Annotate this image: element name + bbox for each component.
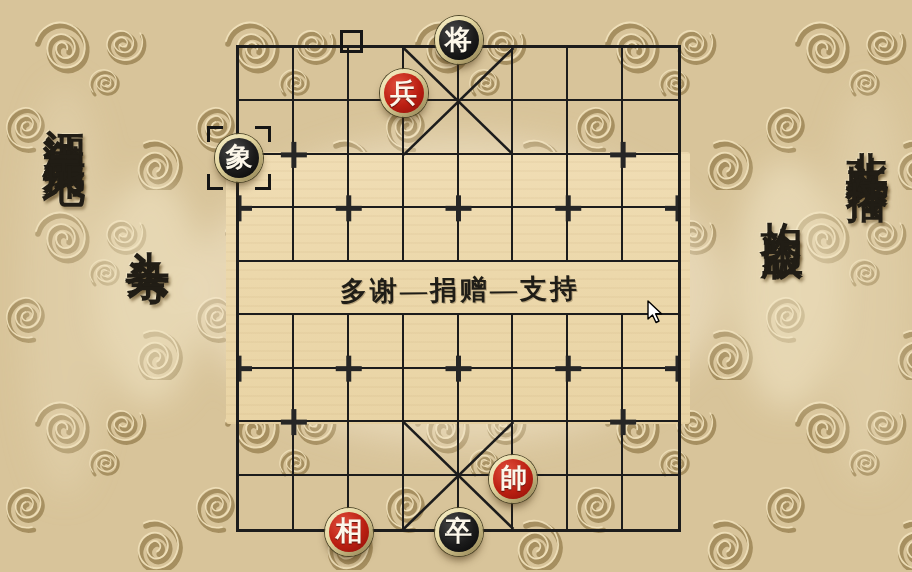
selection-brackets	[207, 126, 271, 190]
piece-black-卒[interactable]: 卒	[435, 508, 483, 556]
watermark-right-outer: 非此头条号传播	[846, 118, 888, 153]
piece-glyph: 将	[445, 27, 472, 54]
piece-disc: 相	[329, 512, 369, 552]
piece-disc: 兵	[384, 73, 424, 113]
last-move-origin-marker	[340, 30, 363, 53]
watermark-left-inner: 头条号	[125, 216, 169, 234]
piece-red-相[interactable]: 相	[325, 508, 373, 556]
piece-glyph: 卒	[445, 518, 472, 545]
piece-red-兵[interactable]: 兵	[380, 69, 428, 117]
game-screen: 江湖象棋残局天地 头条号 非此头条号传播 均为盗版 将兵象帥相卒 多谢—捐赠—支…	[0, 0, 912, 572]
watermark-right-inner: 均为盗版	[761, 188, 803, 212]
piece-glyph: 相	[335, 518, 362, 545]
bracket-corner	[255, 126, 271, 142]
piece-glyph: 帥	[500, 465, 527, 492]
bracket-corner	[207, 174, 223, 190]
bracket-corner	[207, 126, 223, 142]
watermark-left-outer: 江湖象棋残局天地	[43, 96, 85, 136]
mouse-cursor	[646, 300, 666, 326]
piece-glyph: 兵	[390, 80, 417, 107]
piece-disc: 卒	[439, 512, 479, 552]
river-text: 多谢—捐赠—支持	[310, 270, 610, 309]
piece-disc: 将	[439, 20, 479, 60]
piece-disc: 帥	[493, 459, 533, 499]
piece-black-将[interactable]: 将	[435, 16, 483, 64]
piece-red-帥[interactable]: 帥	[489, 455, 537, 503]
bracket-corner	[255, 174, 271, 190]
